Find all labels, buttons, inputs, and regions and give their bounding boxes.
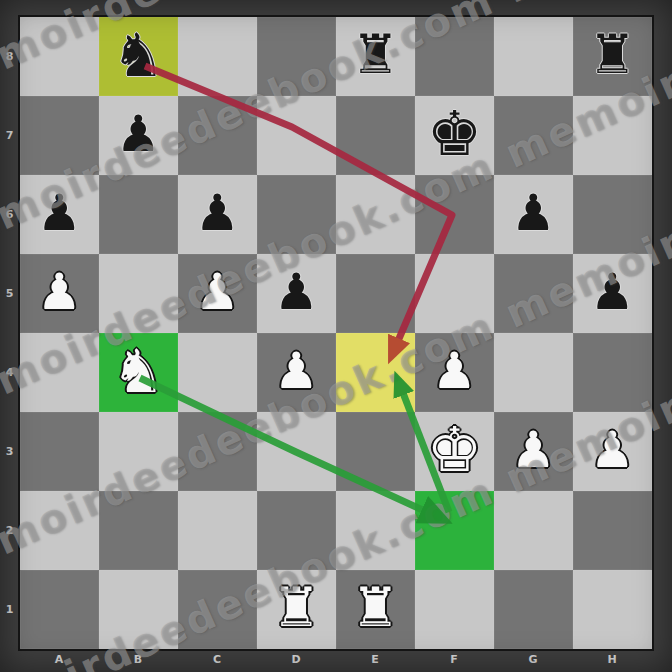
square-e3[interactable] xyxy=(336,412,415,491)
square-c6[interactable]: ♟ xyxy=(178,175,257,254)
piece-black-king-f7[interactable]: ♚ xyxy=(427,103,483,165)
square-h6[interactable] xyxy=(573,175,652,254)
piece-white-king-f3[interactable]: ♚ xyxy=(427,419,483,481)
square-d8[interactable] xyxy=(257,17,336,96)
square-h4[interactable] xyxy=(573,333,652,412)
file-label-E: E xyxy=(365,653,385,666)
square-a5[interactable]: ♟ xyxy=(20,254,99,333)
piece-white-pawn-c5[interactable]: ♟ xyxy=(195,267,240,317)
square-e7[interactable] xyxy=(336,96,415,175)
piece-white-knight-b4[interactable]: ♞ xyxy=(112,341,166,401)
square-f2[interactable] xyxy=(415,491,494,570)
piece-black-pawn-g6[interactable]: ♟ xyxy=(511,188,556,238)
square-f3[interactable]: ♚ xyxy=(415,412,494,491)
square-d2[interactable] xyxy=(257,491,336,570)
square-d6[interactable] xyxy=(257,175,336,254)
file-label-G: G xyxy=(523,653,543,666)
rank-label-5: 5 xyxy=(3,287,16,300)
square-a7[interactable] xyxy=(20,96,99,175)
chessboard-screenshot: ♞♜♜♟♚♟♟♟♟♟♟♟♞♟♟♚♟♟♜♜ 87654321ABCDEFGH me… xyxy=(0,0,672,672)
square-f8[interactable] xyxy=(415,17,494,96)
piece-black-pawn-c6[interactable]: ♟ xyxy=(195,188,240,238)
square-e2[interactable] xyxy=(336,491,415,570)
square-a4[interactable] xyxy=(20,333,99,412)
piece-white-rook-d1[interactable]: ♜ xyxy=(272,581,320,635)
square-e8[interactable]: ♜ xyxy=(336,17,415,96)
file-label-C: C xyxy=(207,653,227,666)
square-h1[interactable] xyxy=(573,570,652,649)
square-e1[interactable]: ♜ xyxy=(336,570,415,649)
square-c5[interactable]: ♟ xyxy=(178,254,257,333)
square-d5[interactable]: ♟ xyxy=(257,254,336,333)
piece-white-pawn-h3[interactable]: ♟ xyxy=(590,425,635,475)
piece-white-pawn-d4[interactable]: ♟ xyxy=(274,346,319,396)
rank-label-3: 3 xyxy=(3,445,16,458)
square-c8[interactable] xyxy=(178,17,257,96)
square-g3[interactable]: ♟ xyxy=(494,412,573,491)
square-b2[interactable] xyxy=(99,491,178,570)
square-e6[interactable] xyxy=(336,175,415,254)
square-b3[interactable] xyxy=(99,412,178,491)
square-g5[interactable] xyxy=(494,254,573,333)
piece-black-pawn-a6[interactable]: ♟ xyxy=(37,188,82,238)
square-b7[interactable]: ♟ xyxy=(99,96,178,175)
piece-white-pawn-a5[interactable]: ♟ xyxy=(37,267,82,317)
square-h2[interactable] xyxy=(573,491,652,570)
square-b6[interactable] xyxy=(99,175,178,254)
file-label-B: B xyxy=(128,653,148,666)
file-label-D: D xyxy=(286,653,306,666)
square-c7[interactable] xyxy=(178,96,257,175)
square-d7[interactable] xyxy=(257,96,336,175)
piece-white-pawn-g3[interactable]: ♟ xyxy=(511,425,556,475)
square-b8[interactable]: ♞ xyxy=(99,17,178,96)
piece-black-pawn-b7[interactable]: ♟ xyxy=(116,109,161,159)
square-a2[interactable] xyxy=(20,491,99,570)
square-f6[interactable] xyxy=(415,175,494,254)
square-g1[interactable] xyxy=(494,570,573,649)
rank-label-2: 2 xyxy=(3,524,16,537)
piece-black-rook-e8[interactable]: ♜ xyxy=(351,28,399,82)
square-f5[interactable] xyxy=(415,254,494,333)
square-h7[interactable] xyxy=(573,96,652,175)
rank-label-8: 8 xyxy=(3,50,16,63)
file-label-A: A xyxy=(49,653,69,666)
piece-black-knight-b8[interactable]: ♞ xyxy=(112,25,166,85)
square-c3[interactable] xyxy=(178,412,257,491)
square-a3[interactable] xyxy=(20,412,99,491)
square-f1[interactable] xyxy=(415,570,494,649)
square-b1[interactable] xyxy=(99,570,178,649)
rank-label-4: 4 xyxy=(3,366,16,379)
file-label-H: H xyxy=(602,653,622,666)
piece-black-pawn-h5[interactable]: ♟ xyxy=(590,267,635,317)
square-e4[interactable] xyxy=(336,333,415,412)
square-d4[interactable]: ♟ xyxy=(257,333,336,412)
square-c4[interactable] xyxy=(178,333,257,412)
square-c2[interactable] xyxy=(178,491,257,570)
square-e5[interactable] xyxy=(336,254,415,333)
rank-label-1: 1 xyxy=(3,603,16,616)
square-h3[interactable]: ♟ xyxy=(573,412,652,491)
rank-label-6: 6 xyxy=(3,208,16,221)
square-a6[interactable]: ♟ xyxy=(20,175,99,254)
square-d3[interactable] xyxy=(257,412,336,491)
square-g7[interactable] xyxy=(494,96,573,175)
piece-black-pawn-d5[interactable]: ♟ xyxy=(274,267,319,317)
piece-white-rook-e1[interactable]: ♜ xyxy=(351,581,399,635)
square-a1[interactable] xyxy=(20,570,99,649)
rank-label-7: 7 xyxy=(3,129,16,142)
square-h5[interactable]: ♟ xyxy=(573,254,652,333)
chess-board: ♞♜♜♟♚♟♟♟♟♟♟♟♞♟♟♚♟♟♜♜ xyxy=(18,15,654,651)
square-a8[interactable] xyxy=(20,17,99,96)
square-g6[interactable]: ♟ xyxy=(494,175,573,254)
square-f4[interactable]: ♟ xyxy=(415,333,494,412)
square-c1[interactable] xyxy=(178,570,257,649)
piece-black-rook-h8[interactable]: ♜ xyxy=(588,28,636,82)
square-b4[interactable]: ♞ xyxy=(99,333,178,412)
square-b5[interactable] xyxy=(99,254,178,333)
square-d1[interactable]: ♜ xyxy=(257,570,336,649)
square-g4[interactable] xyxy=(494,333,573,412)
square-h8[interactable]: ♜ xyxy=(573,17,652,96)
square-g8[interactable] xyxy=(494,17,573,96)
square-f7[interactable]: ♚ xyxy=(415,96,494,175)
square-g2[interactable] xyxy=(494,491,573,570)
piece-white-pawn-f4[interactable]: ♟ xyxy=(432,346,477,396)
file-label-F: F xyxy=(444,653,464,666)
